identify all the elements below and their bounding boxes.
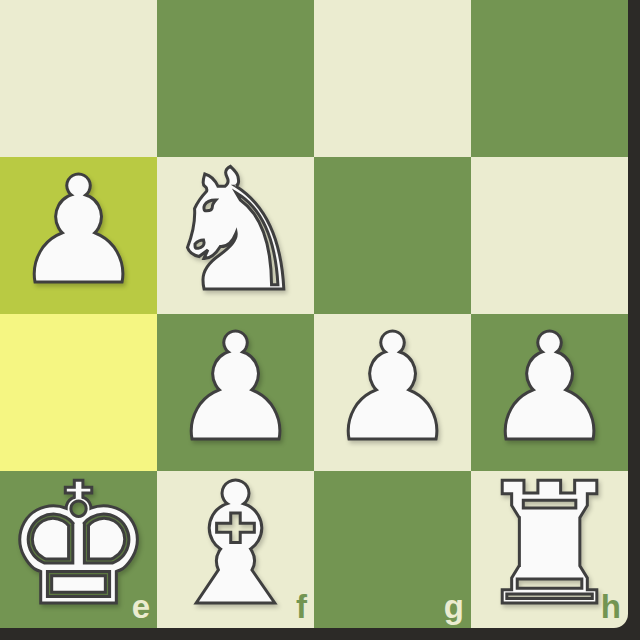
file-label-h: h <box>601 590 621 623</box>
square-e4[interactable] <box>0 0 157 157</box>
file-label-e: e <box>132 590 150 623</box>
square-f3[interactable]: ♞ <box>157 157 314 314</box>
square-g3[interactable] <box>314 157 471 314</box>
chess-board: ♟♞♟♟♟♚e♝fg♜h <box>0 0 628 628</box>
square-g1[interactable]: g <box>314 471 471 628</box>
square-e3[interactable]: ♟ <box>0 157 157 314</box>
file-label-g: g <box>444 590 464 623</box>
square-e1[interactable]: ♚e <box>0 471 157 628</box>
board: ♟♞♟♟♟♚e♝fg♜h <box>0 0 628 628</box>
white-pawn[interactable]: ♟ <box>483 310 616 467</box>
square-f1[interactable]: ♝f <box>157 471 314 628</box>
white-knight[interactable]: ♞ <box>160 153 311 310</box>
square-g4[interactable] <box>314 0 471 157</box>
square-h4[interactable] <box>471 0 628 157</box>
file-label-f: f <box>296 590 307 623</box>
square-h1[interactable]: ♜h <box>471 471 628 628</box>
white-pawn[interactable]: ♟ <box>169 310 302 467</box>
square-g2[interactable]: ♟ <box>314 314 471 471</box>
square-h3[interactable] <box>471 157 628 314</box>
app-background: ♟♞♟♟♟♚e♝fg♜h <box>0 0 640 640</box>
white-pawn[interactable]: ♟ <box>12 153 145 310</box>
white-bishop[interactable]: ♝ <box>160 467 311 624</box>
white-pawn[interactable]: ♟ <box>326 310 459 467</box>
